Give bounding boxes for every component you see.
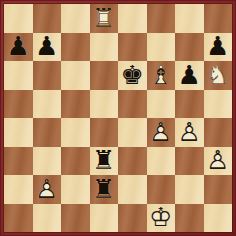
square-c3[interactable] [61,147,90,176]
square-e7[interactable] [118,33,147,62]
square-g1[interactable] [175,204,204,233]
square-c4[interactable] [61,118,90,147]
black-pawn[interactable]: ♟ [33,33,62,62]
white-rook[interactable]: ♜♖ [90,4,119,33]
square-a4[interactable] [4,118,33,147]
white-pawn[interactable]: ♟♙ [175,118,204,147]
piece-glyph-outline: ♗ [147,61,176,90]
white-pawn[interactable]: ♟♙ [204,147,233,176]
square-d2[interactable]: ♜ [90,175,119,204]
piece-glyph-outline: ♔ [147,204,176,233]
square-f2[interactable] [147,175,176,204]
square-h8[interactable] [204,4,233,33]
square-g4[interactable]: ♟♙ [175,118,204,147]
square-a6[interactable] [4,61,33,90]
piece-glyph-fill: ♟ [175,61,204,90]
piece-glyph-fill: ♟ [33,33,62,62]
square-c1[interactable] [61,204,90,233]
square-e2[interactable] [118,175,147,204]
square-c6[interactable] [61,61,90,90]
square-h6[interactable]: ♞♘ [204,61,233,90]
piece-glyph-fill: ♟ [4,33,33,62]
square-f4[interactable]: ♟♙ [147,118,176,147]
piece-glyph-outline: ♖ [90,4,119,33]
square-b5[interactable] [33,90,62,119]
piece-glyph-outline: ♘ [204,61,233,90]
square-g7[interactable] [175,33,204,62]
square-b3[interactable] [33,147,62,176]
square-f3[interactable] [147,147,176,176]
board-frame: ♜♖♟♟♟♚♝♗♟♞♘♟♙♟♙♜♟♙♟♙♜♚♔ [0,0,236,236]
square-g8[interactable] [175,4,204,33]
square-h3[interactable]: ♟♙ [204,147,233,176]
piece-glyph-fill: ♚ [118,61,147,90]
piece-glyph-fill: ♜ [90,147,119,176]
square-e8[interactable] [118,4,147,33]
square-h5[interactable] [204,90,233,119]
piece-glyph-outline: ♙ [33,175,62,204]
square-d3[interactable]: ♜ [90,147,119,176]
square-e3[interactable] [118,147,147,176]
square-d7[interactable] [90,33,119,62]
black-rook[interactable]: ♜ [90,147,119,176]
square-f7[interactable] [147,33,176,62]
square-f5[interactable] [147,90,176,119]
square-c7[interactable] [61,33,90,62]
square-f6[interactable]: ♝♗ [147,61,176,90]
square-a8[interactable] [4,4,33,33]
square-h4[interactable] [204,118,233,147]
square-e1[interactable] [118,204,147,233]
square-h2[interactable] [204,175,233,204]
square-a1[interactable] [4,204,33,233]
square-c5[interactable] [61,90,90,119]
square-a7[interactable]: ♟ [4,33,33,62]
white-pawn[interactable]: ♟♙ [147,118,176,147]
square-h7[interactable]: ♟ [204,33,233,62]
square-c8[interactable] [61,4,90,33]
black-king[interactable]: ♚ [118,61,147,90]
white-knight[interactable]: ♞♘ [204,61,233,90]
square-d1[interactable] [90,204,119,233]
square-g2[interactable] [175,175,204,204]
square-e5[interactable] [118,90,147,119]
piece-glyph-outline: ♙ [147,118,176,147]
square-h1[interactable] [204,204,233,233]
square-d4[interactable] [90,118,119,147]
square-b7[interactable]: ♟ [33,33,62,62]
white-bishop[interactable]: ♝♗ [147,61,176,90]
square-b8[interactable] [33,4,62,33]
square-c2[interactable] [61,175,90,204]
square-b4[interactable] [33,118,62,147]
square-f8[interactable] [147,4,176,33]
black-rook[interactable]: ♜ [90,175,119,204]
square-g3[interactable] [175,147,204,176]
square-e4[interactable] [118,118,147,147]
square-a3[interactable] [4,147,33,176]
black-pawn[interactable]: ♟ [204,33,233,62]
chess-board: ♜♖♟♟♟♚♝♗♟♞♘♟♙♟♙♜♟♙♟♙♜♚♔ [4,4,232,232]
black-pawn[interactable]: ♟ [175,61,204,90]
square-a5[interactable] [4,90,33,119]
black-pawn[interactable]: ♟ [4,33,33,62]
square-e6[interactable]: ♚ [118,61,147,90]
square-d6[interactable] [90,61,119,90]
square-g6[interactable]: ♟ [175,61,204,90]
square-b2[interactable]: ♟♙ [33,175,62,204]
piece-glyph-outline: ♙ [204,147,233,176]
white-king[interactable]: ♚♔ [147,204,176,233]
square-b6[interactable] [33,61,62,90]
square-b1[interactable] [33,204,62,233]
square-g5[interactable] [175,90,204,119]
square-a2[interactable] [4,175,33,204]
white-pawn[interactable]: ♟♙ [33,175,62,204]
square-d8[interactable]: ♜♖ [90,4,119,33]
piece-glyph-fill: ♟ [204,33,233,62]
square-f1[interactable]: ♚♔ [147,204,176,233]
square-d5[interactable] [90,90,119,119]
piece-glyph-fill: ♜ [90,175,119,204]
piece-glyph-outline: ♙ [175,118,204,147]
